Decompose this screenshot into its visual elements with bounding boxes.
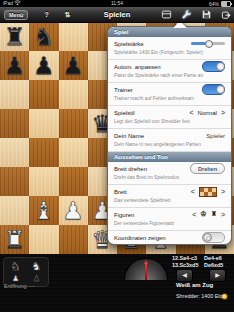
database-icon[interactable] bbox=[161, 9, 172, 20]
style-row: Spielstil < Normal > bbox=[108, 106, 231, 119]
evaluation-gauge bbox=[124, 258, 168, 280]
flip-board-row: Brett drehen Drehen bbox=[108, 162, 231, 175]
section-header-spiel: Spiel bbox=[108, 27, 231, 37]
trainer-caption: Trainer macht auf Fehler aufmerksam bbox=[108, 96, 231, 106]
captured-black-piece: ♞ bbox=[11, 261, 21, 272]
black-rook: ♜ bbox=[4, 25, 26, 49]
player-name-value: Spieler bbox=[206, 133, 225, 139]
toolbar: Menü ? ⇅ Spielen bbox=[0, 7, 234, 23]
auto-adjust-toggle[interactable] bbox=[202, 61, 225, 72]
menu-button[interactable]: Menü bbox=[4, 10, 28, 20]
square-c4[interactable] bbox=[59, 138, 88, 167]
flip-board-label: Brett drehen bbox=[114, 166, 147, 172]
white-pawn: ♟ bbox=[62, 199, 84, 223]
previous-move-button[interactable]: ◀ bbox=[176, 269, 193, 282]
stepper-next-icon: > bbox=[221, 211, 225, 218]
square-b2[interactable]: ♝ bbox=[29, 196, 58, 225]
square-c6[interactable] bbox=[59, 80, 88, 109]
coordinates-label: Koordinaten zeigen bbox=[114, 235, 166, 241]
square-a3[interactable] bbox=[0, 167, 29, 196]
move-list[interactable]: 12.Sa4-c3 De4-e6 13.Sc3xd5 De6xd5 bbox=[172, 255, 233, 269]
square-c8[interactable] bbox=[59, 22, 88, 51]
white-bishop: ♝ bbox=[33, 199, 55, 223]
bottom-panel: ♞♞♟♟ Eröffnung: --- 12.Sa4-c3 De4-e6 13.… bbox=[0, 254, 234, 312]
square-c7[interactable]: ♟ bbox=[59, 51, 88, 80]
engine-led bbox=[222, 294, 227, 299]
white-king-icon: ♔ bbox=[200, 211, 206, 218]
square-a8[interactable]: ♜ bbox=[0, 22, 29, 51]
black-pawn: ♟ bbox=[62, 54, 84, 78]
square-a7[interactable]: ♟ bbox=[0, 51, 29, 80]
square-c2[interactable]: ♟ bbox=[59, 196, 88, 225]
coordinates-toggle[interactable] bbox=[202, 232, 225, 243]
gauge-needle bbox=[145, 263, 147, 280]
coordinates-row: Koordinaten zeigen bbox=[108, 231, 231, 244]
move-cell: 13.Sc3xd5 bbox=[172, 262, 204, 269]
white-rook: ♜ bbox=[4, 228, 26, 252]
auto-adjust-label: Autom. anpassen bbox=[114, 64, 161, 70]
square-a5[interactable] bbox=[0, 109, 29, 138]
app-screen: iPad 11:54 64% Menü ? ⇅ Spielen bbox=[0, 0, 234, 312]
engine-status: Shredder: 1400 Elo bbox=[176, 293, 222, 299]
name-label: Dein Name bbox=[114, 133, 144, 139]
move-cell: 12.Sa4-c3 bbox=[172, 255, 204, 262]
move-cell: De4-e6 bbox=[204, 255, 233, 262]
trainer-row: Trainer bbox=[108, 83, 231, 96]
strength-slider[interactable] bbox=[191, 42, 225, 45]
style-caption: Legt den Spielstil von Shredder fest bbox=[108, 119, 231, 129]
save-icon[interactable] bbox=[201, 9, 212, 20]
name-caption: Dein Name in neu angefangenen Partien bbox=[108, 142, 231, 152]
share-icon[interactable] bbox=[221, 9, 232, 20]
move-cell: De6xd5 bbox=[204, 262, 233, 269]
square-a4[interactable] bbox=[0, 138, 29, 167]
style-label: Spielstil bbox=[114, 110, 135, 116]
square-a2[interactable] bbox=[0, 196, 29, 225]
black-knight: ♞ bbox=[33, 25, 55, 49]
stepper-prev-icon: < bbox=[192, 211, 196, 218]
stepper-prev-icon: < bbox=[189, 109, 193, 116]
square-a6[interactable] bbox=[0, 80, 29, 109]
square-b4[interactable] bbox=[29, 138, 58, 167]
slider-thumb bbox=[205, 40, 213, 48]
name-row[interactable]: Dein Name Spieler bbox=[108, 129, 231, 142]
next-move-button[interactable]: ▶ bbox=[209, 269, 226, 282]
piece-set-caption: Der verwendete Figurensatz bbox=[108, 221, 231, 231]
square-c5[interactable] bbox=[59, 109, 88, 138]
strength-row: Spielstärke bbox=[108, 37, 231, 50]
opening-label: Eröffnung: --- bbox=[4, 283, 34, 289]
square-b8[interactable]: ♞ bbox=[29, 22, 58, 51]
sort-moves-button[interactable]: ⇅ bbox=[65, 11, 71, 19]
black-rook-icon: ♜ bbox=[211, 211, 217, 218]
flip-board-caption: Dreht das Brett im Spielmodus bbox=[108, 175, 231, 185]
auto-adjust-caption: Passt die Spielstärke nach einer Partie … bbox=[108, 73, 231, 83]
black-pawn: ♟ bbox=[33, 54, 55, 78]
piece-set-row: Figuren < ♔ ♜ > bbox=[108, 208, 231, 221]
black-pawn: ♟ bbox=[4, 54, 26, 78]
board-style-stepper[interactable]: < > bbox=[191, 187, 225, 197]
wrench-icon[interactable] bbox=[181, 9, 192, 20]
status-bar: iPad 11:54 64% bbox=[0, 0, 234, 7]
auto-adjust-row: Autom. anpassen bbox=[108, 60, 231, 73]
board-style-row: Brett < > bbox=[108, 185, 231, 198]
flip-board-button[interactable]: Drehen bbox=[190, 163, 225, 174]
section-header-aussehen: Aussehen und Ton bbox=[108, 152, 231, 162]
turn-indicator: Weiß am Zug bbox=[176, 282, 213, 288]
trainer-label: Trainer bbox=[114, 87, 133, 93]
coordinates-caption: Zeigt die Brettkoordinaten bbox=[108, 244, 231, 245]
board-style-caption: Das verwendete Spielbrett bbox=[108, 198, 231, 208]
style-value: Normal bbox=[198, 110, 217, 116]
stepper-next-icon: > bbox=[221, 109, 225, 116]
strength-label: Spielstärke bbox=[114, 41, 144, 47]
square-b5[interactable] bbox=[29, 109, 58, 138]
piece-set-stepper[interactable]: < ♔ ♜ > bbox=[192, 211, 225, 218]
captured-white-piece: ♞ bbox=[32, 261, 42, 272]
square-c3[interactable] bbox=[59, 167, 88, 196]
clock: 11:54 bbox=[0, 0, 234, 7]
strength-caption: Spielstärke 1400 Elo (Fortgeschr. Spiele… bbox=[108, 50, 231, 60]
board-style-thumbnail bbox=[199, 187, 217, 197]
square-b6[interactable] bbox=[29, 80, 58, 109]
stepper-next-icon: > bbox=[221, 188, 225, 195]
square-a1[interactable]: ♜ bbox=[0, 225, 29, 254]
square-c1[interactable] bbox=[59, 225, 88, 254]
square-b1[interactable] bbox=[29, 225, 58, 254]
settings-popover: Spiel Spielstärke Spielstärke 1400 Elo (… bbox=[107, 26, 232, 245]
square-b3[interactable] bbox=[29, 167, 58, 196]
stepper-prev-icon: < bbox=[191, 188, 195, 195]
style-stepper[interactable]: < Normal > bbox=[189, 109, 225, 116]
help-button[interactable]: ? bbox=[44, 11, 48, 18]
trainer-toggle[interactable] bbox=[202, 84, 225, 95]
square-b7[interactable]: ♟ bbox=[29, 51, 58, 80]
board-style-label: Brett bbox=[114, 189, 127, 195]
piece-set-label: Figuren bbox=[114, 212, 134, 218]
